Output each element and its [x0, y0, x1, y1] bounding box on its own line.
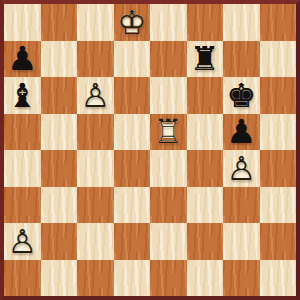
square-h6[interactable]: [260, 77, 297, 114]
white-pawn-glyph-outline: ♙: [77, 77, 114, 114]
square-a5[interactable]: [4, 114, 41, 151]
square-f8[interactable]: [187, 4, 224, 41]
square-d1[interactable]: [114, 260, 151, 297]
square-h7[interactable]: [260, 41, 297, 78]
square-f4[interactable]: [187, 150, 224, 187]
square-d7[interactable]: [114, 41, 151, 78]
square-e2[interactable]: [150, 223, 187, 260]
square-f2[interactable]: [187, 223, 224, 260]
board-frame: ♚♔♟♟♜♜♝♝♟♙♚♚♜♖♟♟♟♙♟♙: [0, 0, 300, 300]
square-d8[interactable]: ♚♔: [114, 4, 151, 41]
square-b8[interactable]: [41, 4, 78, 41]
black-king-glyph-outline: ♚: [223, 77, 260, 114]
black-pawn[interactable]: ♟♟: [4, 41, 41, 78]
square-a8[interactable]: [4, 4, 41, 41]
white-rook-glyph-outline: ♖: [150, 114, 187, 151]
white-pawn-glyph-outline: ♙: [223, 150, 260, 187]
square-b6[interactable]: [41, 77, 78, 114]
square-h5[interactable]: [260, 114, 297, 151]
square-b5[interactable]: [41, 114, 78, 151]
black-rook[interactable]: ♜♜: [187, 41, 224, 78]
square-g1[interactable]: [223, 260, 260, 297]
square-b2[interactable]: [41, 223, 78, 260]
square-d4[interactable]: [114, 150, 151, 187]
square-g4[interactable]: ♟♙: [223, 150, 260, 187]
square-h3[interactable]: [260, 187, 297, 224]
square-f1[interactable]: [187, 260, 224, 297]
black-bishop[interactable]: ♝♝: [4, 77, 41, 114]
square-c6[interactable]: ♟♙: [77, 77, 114, 114]
square-c2[interactable]: [77, 223, 114, 260]
white-pawn[interactable]: ♟♙: [223, 150, 260, 187]
square-b1[interactable]: [41, 260, 78, 297]
square-e5[interactable]: ♜♖: [150, 114, 187, 151]
square-f5[interactable]: [187, 114, 224, 151]
square-d6[interactable]: [114, 77, 151, 114]
black-pawn[interactable]: ♟♟: [223, 114, 260, 151]
square-g7[interactable]: [223, 41, 260, 78]
white-king[interactable]: ♚♔: [114, 4, 151, 41]
white-rook[interactable]: ♜♖: [150, 114, 187, 151]
square-b7[interactable]: [41, 41, 78, 78]
square-h4[interactable]: [260, 150, 297, 187]
square-h1[interactable]: [260, 260, 297, 297]
square-e3[interactable]: [150, 187, 187, 224]
square-g3[interactable]: [223, 187, 260, 224]
white-king-glyph-outline: ♔: [114, 4, 151, 41]
square-h2[interactable]: [260, 223, 297, 260]
square-d2[interactable]: [114, 223, 151, 260]
square-h8[interactable]: [260, 4, 297, 41]
square-d3[interactable]: [114, 187, 151, 224]
square-a1[interactable]: [4, 260, 41, 297]
white-pawn-glyph-outline: ♙: [4, 223, 41, 260]
black-king[interactable]: ♚♚: [223, 77, 260, 114]
square-e4[interactable]: [150, 150, 187, 187]
square-a6[interactable]: ♝♝: [4, 77, 41, 114]
square-e8[interactable]: [150, 4, 187, 41]
square-a3[interactable]: [4, 187, 41, 224]
square-f6[interactable]: [187, 77, 224, 114]
square-c1[interactable]: [77, 260, 114, 297]
square-g6[interactable]: ♚♚: [223, 77, 260, 114]
white-pawn[interactable]: ♟♙: [4, 223, 41, 260]
square-b3[interactable]: [41, 187, 78, 224]
square-g2[interactable]: [223, 223, 260, 260]
black-pawn-glyph-outline: ♟: [223, 114, 260, 151]
square-e7[interactable]: [150, 41, 187, 78]
square-e6[interactable]: [150, 77, 187, 114]
square-g8[interactable]: [223, 4, 260, 41]
black-bishop-glyph-outline: ♝: [4, 77, 41, 114]
square-c8[interactable]: [77, 4, 114, 41]
square-f3[interactable]: [187, 187, 224, 224]
square-e1[interactable]: [150, 260, 187, 297]
square-d5[interactable]: [114, 114, 151, 151]
black-rook-glyph-outline: ♜: [187, 41, 224, 78]
square-a4[interactable]: [4, 150, 41, 187]
black-pawn-glyph-outline: ♟: [4, 41, 41, 78]
chess-board: ♚♔♟♟♜♜♝♝♟♙♚♚♜♖♟♟♟♙♟♙: [4, 4, 296, 296]
square-g5[interactable]: ♟♟: [223, 114, 260, 151]
square-a7[interactable]: ♟♟: [4, 41, 41, 78]
square-c7[interactable]: [77, 41, 114, 78]
square-f7[interactable]: ♜♜: [187, 41, 224, 78]
square-c3[interactable]: [77, 187, 114, 224]
square-c5[interactable]: [77, 114, 114, 151]
square-a2[interactable]: ♟♙: [4, 223, 41, 260]
square-b4[interactable]: [41, 150, 78, 187]
square-c4[interactable]: [77, 150, 114, 187]
white-pawn[interactable]: ♟♙: [77, 77, 114, 114]
